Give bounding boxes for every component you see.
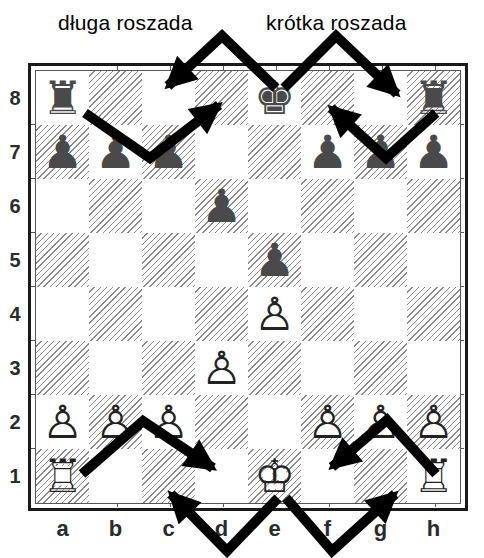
piece-outline: ♙ (360, 395, 401, 449)
piece-outline: ♙ (254, 287, 295, 341)
border-tick (170, 66, 171, 70)
square-c2[interactable]: ♟♙ (142, 395, 195, 449)
square-h8[interactable]: ♜ (407, 71, 460, 125)
square-e4[interactable]: ♟♙ (248, 287, 301, 341)
piece-outline: ♙ (201, 341, 242, 395)
piece-black-rook: ♜ (407, 71, 460, 125)
square-c4[interactable] (142, 287, 195, 341)
square-d4[interactable] (195, 287, 248, 341)
square-h2[interactable]: ♟♙ (407, 395, 460, 449)
square-b4[interactable] (89, 287, 142, 341)
square-b2[interactable]: ♟♙ (89, 395, 142, 449)
piece-black-pawn: ♟ (301, 125, 354, 179)
square-g8[interactable] (354, 71, 407, 125)
square-f1[interactable] (301, 449, 354, 503)
border-tick (460, 448, 464, 449)
border-tick (382, 503, 383, 507)
border-tick (170, 503, 171, 507)
border-tick (31, 286, 35, 287)
piece-black-pawn: ♟ (36, 125, 89, 179)
square-d1[interactable] (195, 449, 248, 503)
board-inner-frame: ♜♚♜♟♟♟♟♟♟♟♟♟♙♟♙♟♙♟♙♟♙♟♙♟♙♟♙♜♖♚♔♜♖ (35, 70, 461, 504)
square-c1[interactable] (142, 449, 195, 503)
file-label-b: b (89, 512, 142, 546)
piece-black-pawn: ♟ (248, 233, 301, 287)
square-a1[interactable]: ♜♖ (36, 449, 89, 503)
border-tick (460, 232, 464, 233)
square-g7[interactable]: ♟ (354, 125, 407, 179)
border-tick (31, 340, 35, 341)
rank-label-4: 4 (4, 287, 26, 341)
border-tick (276, 66, 277, 70)
square-f4[interactable] (301, 287, 354, 341)
square-d5[interactable] (195, 233, 248, 287)
border-tick (460, 178, 464, 179)
border-tick (329, 503, 330, 507)
square-d3[interactable]: ♟♙ (195, 341, 248, 395)
file-label-d: d (195, 512, 248, 546)
piece-black-rook: ♜ (36, 71, 89, 125)
piece-black-king: ♚ (248, 71, 301, 125)
label-short-castle: krótka roszada (266, 11, 407, 35)
square-b7[interactable]: ♟ (89, 125, 142, 179)
square-f6[interactable] (301, 179, 354, 233)
square-c3[interactable] (142, 341, 195, 395)
piece-white-pawn: ♟♙ (354, 395, 407, 449)
castling-diagram: długa roszada krótka roszada 87654321 ♜♚… (0, 0, 484, 558)
border-tick (435, 503, 436, 507)
rank-label-6: 6 (4, 179, 26, 233)
piece-white-pawn: ♟♙ (142, 395, 195, 449)
square-b1[interactable] (89, 449, 142, 503)
square-e6[interactable] (248, 179, 301, 233)
label-long-castle: długa roszada (58, 11, 193, 35)
border-tick (31, 124, 35, 125)
square-b6[interactable] (89, 179, 142, 233)
border-tick (223, 66, 224, 70)
file-label-g: g (354, 512, 407, 546)
square-g1[interactable] (354, 449, 407, 503)
piece-white-pawn: ♟♙ (407, 395, 460, 449)
square-d6[interactable]: ♟ (195, 179, 248, 233)
square-b5[interactable] (89, 233, 142, 287)
square-h1[interactable]: ♜♖ (407, 449, 460, 503)
square-c8[interactable] (142, 71, 195, 125)
square-e2[interactable] (248, 395, 301, 449)
file-label-c: c (142, 512, 195, 546)
square-f8[interactable] (301, 71, 354, 125)
rank-label-5: 5 (4, 233, 26, 287)
piece-white-pawn: ♟♙ (301, 395, 354, 449)
file-label-a: a (36, 512, 89, 546)
rank-label-3: 3 (4, 341, 26, 395)
square-b8[interactable] (89, 71, 142, 125)
square-c5[interactable] (142, 233, 195, 287)
piece-white-pawn: ♟♙ (248, 287, 301, 341)
border-tick (276, 503, 277, 507)
piece-white-rook: ♜♖ (36, 449, 89, 503)
square-a4[interactable] (36, 287, 89, 341)
file-label-e: e (248, 512, 301, 546)
piece-outline: ♙ (307, 395, 348, 449)
piece-outline: ♔ (254, 449, 295, 503)
border-tick (460, 340, 464, 341)
square-h5[interactable] (407, 233, 460, 287)
file-label-h: h (407, 512, 460, 546)
border-tick (31, 232, 35, 233)
border-tick (223, 503, 224, 507)
border-tick (382, 66, 383, 70)
square-g2[interactable]: ♟♙ (354, 395, 407, 449)
border-tick (117, 66, 118, 70)
piece-outline: ♙ (148, 395, 189, 449)
rank-label-7: 7 (4, 125, 26, 179)
border-tick (329, 66, 330, 70)
piece-outline: ♙ (95, 395, 136, 449)
square-a6[interactable] (36, 179, 89, 233)
square-h3[interactable] (407, 341, 460, 395)
piece-white-king: ♚♔ (248, 449, 301, 503)
square-b3[interactable] (89, 341, 142, 395)
square-h7[interactable]: ♟ (407, 125, 460, 179)
border-tick (460, 286, 464, 287)
square-g6[interactable] (354, 179, 407, 233)
board-grid: ♜♚♜♟♟♟♟♟♟♟♟♟♙♟♙♟♙♟♙♟♙♟♙♟♙♟♙♜♖♚♔♜♖ (36, 71, 460, 503)
square-f3[interactable] (301, 341, 354, 395)
piece-black-pawn: ♟ (89, 125, 142, 179)
square-h6[interactable] (407, 179, 460, 233)
rank-label-2: 2 (4, 395, 26, 449)
square-e1[interactable]: ♚♔ (248, 449, 301, 503)
rank-label-1: 1 (4, 449, 26, 503)
square-a3[interactable] (36, 341, 89, 395)
square-a8[interactable]: ♜ (36, 71, 89, 125)
border-tick (31, 448, 35, 449)
border-tick (31, 394, 35, 395)
square-g4[interactable] (354, 287, 407, 341)
border-tick (460, 394, 464, 395)
file-label-f: f (301, 512, 354, 546)
rank-label-8: 8 (4, 71, 26, 125)
border-tick (435, 66, 436, 70)
square-e5[interactable]: ♟ (248, 233, 301, 287)
square-c6[interactable] (142, 179, 195, 233)
square-e3[interactable] (248, 341, 301, 395)
piece-black-pawn: ♟ (407, 125, 460, 179)
square-a5[interactable] (36, 233, 89, 287)
piece-white-pawn: ♟♙ (89, 395, 142, 449)
square-f2[interactable]: ♟♙ (301, 395, 354, 449)
piece-outline: ♙ (413, 395, 454, 449)
piece-black-pawn: ♟ (354, 125, 407, 179)
piece-black-pawn: ♟ (142, 125, 195, 179)
piece-white-pawn: ♟♙ (36, 395, 89, 449)
piece-outline: ♖ (42, 449, 83, 503)
chess-board: ♜♚♜♟♟♟♟♟♟♟♟♟♙♟♙♟♙♟♙♟♙♟♙♟♙♟♙♜♖♚♔♜♖ (28, 63, 468, 511)
border-tick (117, 503, 118, 507)
square-d7[interactable] (195, 125, 248, 179)
square-h4[interactable] (407, 287, 460, 341)
piece-outline: ♙ (42, 395, 83, 449)
border-tick (460, 124, 464, 125)
piece-outline: ♖ (413, 449, 454, 503)
square-f7[interactable]: ♟ (301, 125, 354, 179)
piece-white-rook: ♜♖ (407, 449, 460, 503)
square-d8[interactable] (195, 71, 248, 125)
square-d2[interactable] (195, 395, 248, 449)
piece-white-pawn: ♟♙ (195, 341, 248, 395)
square-a2[interactable]: ♟♙ (36, 395, 89, 449)
square-g3[interactable] (354, 341, 407, 395)
square-e8[interactable]: ♚ (248, 71, 301, 125)
square-g5[interactable] (354, 233, 407, 287)
square-f5[interactable] (301, 233, 354, 287)
square-e7[interactable] (248, 125, 301, 179)
square-a7[interactable]: ♟ (36, 125, 89, 179)
border-tick (31, 178, 35, 179)
square-c7[interactable]: ♟ (142, 125, 195, 179)
piece-black-pawn: ♟ (195, 179, 248, 233)
